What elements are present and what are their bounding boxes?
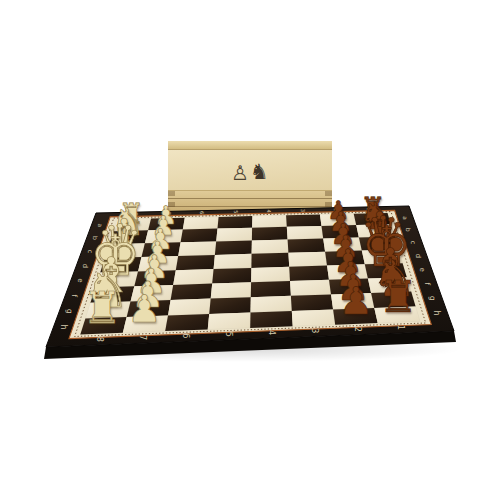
square-r0c1 <box>148 218 185 231</box>
coord-right-0: a <box>402 216 408 220</box>
square-r2c3 <box>215 240 252 255</box>
coord-bottom-1: 7 <box>138 335 147 340</box>
coord-right-6: g <box>428 296 437 301</box>
square-r1c7 <box>356 224 394 237</box>
coord-bottom-0: 8 <box>95 337 104 342</box>
square-r2c7 <box>359 237 399 251</box>
square-r6c5 <box>291 294 333 311</box>
square-r1c2 <box>181 229 218 243</box>
square-r5c5 <box>290 280 331 296</box>
coord-left-0: a <box>97 224 103 228</box>
coord-bottom-3: 5 <box>224 332 233 337</box>
coord-top-2: 6 <box>199 211 205 214</box>
square-r5c3 <box>211 282 251 298</box>
square-r5c0 <box>90 286 134 303</box>
square-r4c2 <box>173 269 213 285</box>
square-r1c4 <box>252 227 288 241</box>
square-r7c0 <box>80 317 126 335</box>
square-r6c1 <box>127 300 171 317</box>
square-r7c3 <box>208 312 251 329</box>
square-r3c5 <box>288 252 327 267</box>
square-r6c2 <box>168 299 211 316</box>
square-r4c1 <box>134 270 176 286</box>
square-r6c4 <box>251 296 292 313</box>
square-r4c0 <box>95 271 138 287</box>
square-r2c6 <box>323 238 362 252</box>
coord-right-7: h <box>432 311 442 316</box>
coord-top-1: 7 <box>166 212 172 215</box>
square-r0c2 <box>183 217 219 230</box>
square-r5c6 <box>329 279 371 295</box>
square-r7c5 <box>292 309 335 326</box>
coord-left-3: d <box>81 264 89 268</box>
square-r1c0 <box>109 230 148 244</box>
square-r4c6 <box>327 264 368 280</box>
square-r2c0 <box>105 243 145 258</box>
square-r3c6 <box>325 251 365 266</box>
square-r3c1 <box>138 256 178 271</box>
coord-right-3: d <box>414 254 422 258</box>
square-r7c1 <box>123 315 168 332</box>
square-r1c5 <box>287 226 323 240</box>
square-r3c3 <box>214 254 252 269</box>
coord-right-1: b <box>405 228 412 232</box>
square-r0c5 <box>286 215 321 227</box>
square-r7c7 <box>374 306 420 323</box>
square-r4c4 <box>251 267 290 283</box>
square-r3c4 <box>251 253 289 268</box>
coord-top-5: 3 <box>300 209 306 212</box>
square-r7c6 <box>333 308 378 325</box>
product-photo-stage: ♙ ♞ 8877665544332211aabbccddeeffgghh ♜♟♟… <box>0 0 500 500</box>
square-r4c3 <box>212 268 251 284</box>
coord-bottom-5: 3 <box>310 328 319 333</box>
square-r1c6 <box>322 225 359 238</box>
square-r1c3 <box>216 228 252 242</box>
square-r5c4 <box>251 281 291 297</box>
coord-left-2: c <box>86 250 94 254</box>
square-r5c2 <box>171 284 213 300</box>
square-r0c6 <box>320 214 356 226</box>
coord-top-7: 1 <box>366 207 372 210</box>
coord-right-2: c <box>409 241 417 245</box>
square-r6c0 <box>85 301 130 318</box>
square-r5c7 <box>368 277 411 293</box>
coord-left-7: h <box>59 325 69 330</box>
square-r0c7 <box>354 213 391 225</box>
coord-left-6: g <box>65 309 74 314</box>
coord-left-5: f <box>70 294 79 297</box>
square-r7c2 <box>165 314 209 331</box>
square-r7c4 <box>250 311 293 328</box>
square-r6c6 <box>331 293 374 309</box>
coord-right-4: e <box>418 267 426 271</box>
square-r3c7 <box>362 250 403 265</box>
square-r3c2 <box>176 255 215 270</box>
chessboard: 8877665544332211aabbccddeeffgghh <box>0 0 500 500</box>
square-r4c7 <box>365 263 407 278</box>
square-r6c7 <box>371 292 416 308</box>
coord-top-0: 8 <box>133 212 139 215</box>
square-r2c4 <box>252 239 289 253</box>
square-r0c3 <box>218 216 253 228</box>
square-r5c1 <box>131 285 174 302</box>
square-r2c5 <box>288 238 326 252</box>
square-r2c2 <box>178 241 216 256</box>
square-r6c3 <box>209 297 251 314</box>
coord-left-1: b <box>92 236 99 240</box>
coord-left-4: e <box>76 278 84 282</box>
square-r0c4 <box>252 215 287 227</box>
square-r0c0 <box>114 219 152 232</box>
square-r4c5 <box>289 266 329 282</box>
coord-top-3: 5 <box>233 210 239 213</box>
coord-bottom-2: 6 <box>181 333 190 338</box>
square-r3c0 <box>100 257 141 273</box>
coord-bottom-7: 1 <box>396 325 405 330</box>
square-r2c1 <box>142 242 181 257</box>
coord-bottom-6: 2 <box>353 327 362 332</box>
square-r1c1 <box>145 229 183 243</box>
coord-top-6: 2 <box>333 208 339 211</box>
coord-bottom-4: 4 <box>267 330 276 335</box>
coord-right-5: f <box>423 282 432 285</box>
